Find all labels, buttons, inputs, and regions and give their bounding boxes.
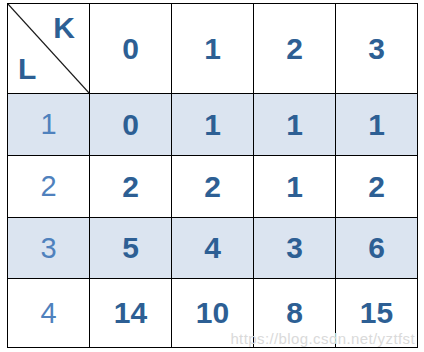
- cell-l3-k3: 6: [336, 218, 418, 279]
- cell-l2-k2: 1: [254, 156, 336, 218]
- cell-l1-k1: 1: [172, 94, 254, 156]
- cell-value: 6: [368, 231, 385, 265]
- cell-l3-k2: 3: [254, 218, 336, 279]
- row-label-text: 2: [40, 170, 56, 203]
- cell-value: 8: [286, 296, 303, 330]
- col-header-k0: 0: [90, 4, 172, 94]
- cell-l1-k0: 0: [90, 94, 172, 156]
- cell-value: 10: [196, 296, 229, 330]
- cell-value: 0: [122, 108, 139, 142]
- row-label-l2: 2: [8, 156, 90, 218]
- cell-value: 1: [204, 108, 221, 142]
- screenshot-root: K L 0 1 2 3 1 0 1 1 1 2 2 2 1 2 3 5 4 3 …: [0, 0, 424, 352]
- row-label-l4: 4: [8, 279, 90, 348]
- cell-value: 14: [114, 296, 147, 330]
- row-label-text: 1: [40, 108, 56, 141]
- cell-value: 5: [122, 231, 139, 265]
- col-header-text: 3: [368, 32, 385, 66]
- kl-value-table: K L 0 1 2 3 1 0 1 1 1 2 2 2 1 2 3 5 4 3 …: [7, 3, 418, 348]
- cell-value: 4: [204, 231, 221, 265]
- col-header-text: 2: [286, 32, 303, 66]
- col-header-k3: 3: [336, 4, 418, 94]
- cell-l1-k2: 1: [254, 94, 336, 156]
- cell-value: 15: [360, 296, 393, 330]
- csdn-watermark: https://blog.csdn.net/yztfst: [230, 330, 415, 347]
- cell-value: 2: [368, 170, 385, 204]
- row-label-l1: 1: [8, 94, 90, 156]
- cell-l3-k1: 4: [172, 218, 254, 279]
- cell-l2-k3: 2: [336, 156, 418, 218]
- cell-l2-k0: 2: [90, 156, 172, 218]
- row-label-l3: 3: [8, 218, 90, 279]
- cell-value: 1: [286, 170, 303, 204]
- col-header-k1: 1: [172, 4, 254, 94]
- cell-l3-k0: 5: [90, 218, 172, 279]
- cell-l4-k0: 14: [90, 279, 172, 348]
- corner-label-k: K: [53, 11, 75, 45]
- cell-value: 2: [204, 170, 221, 204]
- row-label-text: 3: [40, 232, 56, 265]
- cell-l1-k3: 1: [336, 94, 418, 156]
- cell-l2-k1: 2: [172, 156, 254, 218]
- row-label-text: 4: [40, 297, 56, 330]
- cell-value: 1: [286, 108, 303, 142]
- cell-value: 2: [122, 170, 139, 204]
- col-header-text: 1: [204, 32, 221, 66]
- col-header-k2: 2: [254, 4, 336, 94]
- corner-header-cell: K L: [8, 4, 90, 94]
- cell-value: 1: [368, 108, 385, 142]
- corner-label-l: L: [18, 52, 36, 86]
- col-header-text: 0: [122, 32, 139, 66]
- cell-value: 3: [286, 231, 303, 265]
